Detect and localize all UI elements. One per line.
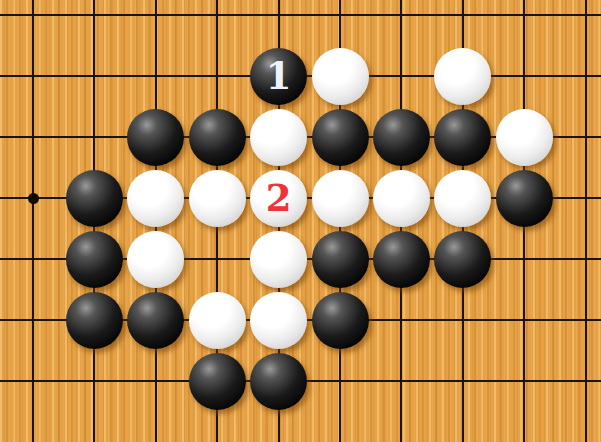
white-stone[interactable]: 2 xyxy=(250,170,307,227)
black-stone[interactable] xyxy=(434,231,491,288)
black-stone[interactable] xyxy=(373,231,430,288)
white-stone[interactable] xyxy=(127,231,184,288)
black-stone[interactable] xyxy=(66,170,123,227)
move-number-label: 2 xyxy=(266,180,292,217)
black-stone[interactable] xyxy=(312,109,369,166)
white-stone[interactable] xyxy=(189,292,246,349)
white-stone[interactable] xyxy=(373,170,430,227)
grid-line-vertical xyxy=(585,0,587,442)
black-stone[interactable] xyxy=(312,292,369,349)
black-stone[interactable] xyxy=(434,109,491,166)
white-stone[interactable] xyxy=(189,170,246,227)
white-stone[interactable] xyxy=(250,292,307,349)
white-stone[interactable] xyxy=(127,170,184,227)
grid-line-horizontal xyxy=(0,14,601,16)
black-stone[interactable] xyxy=(373,109,430,166)
white-stone[interactable] xyxy=(250,109,307,166)
white-stone[interactable] xyxy=(312,170,369,227)
move-number-label: 1 xyxy=(266,58,292,95)
black-stone[interactable] xyxy=(127,292,184,349)
white-stone[interactable] xyxy=(312,48,369,105)
white-stone[interactable] xyxy=(434,170,491,227)
black-stone[interactable]: 1 xyxy=(250,48,307,105)
go-board[interactable]: 12 xyxy=(0,0,601,442)
black-stone[interactable] xyxy=(189,353,246,410)
black-stone[interactable] xyxy=(189,109,246,166)
grid-line-vertical xyxy=(32,0,34,442)
black-stone[interactable] xyxy=(496,170,553,227)
black-stone[interactable] xyxy=(66,292,123,349)
black-stone[interactable] xyxy=(127,109,184,166)
white-stone[interactable] xyxy=(496,109,553,166)
white-stone[interactable] xyxy=(250,231,307,288)
star-point xyxy=(28,193,39,204)
black-stone[interactable] xyxy=(66,231,123,288)
black-stone[interactable] xyxy=(312,231,369,288)
white-stone[interactable] xyxy=(434,48,491,105)
black-stone[interactable] xyxy=(250,353,307,410)
